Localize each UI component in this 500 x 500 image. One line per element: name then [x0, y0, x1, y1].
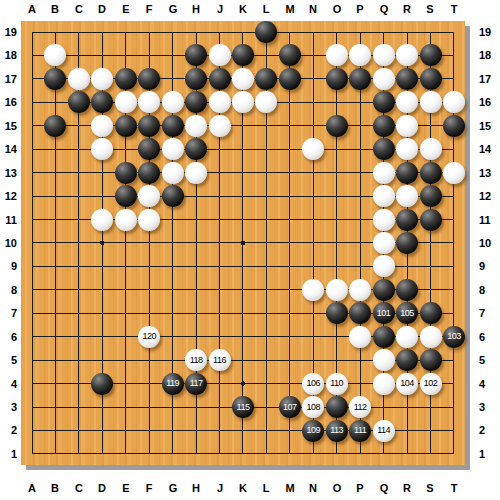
stone-black-R11[interactable]	[396, 209, 418, 231]
coordinate-label: G	[162, 481, 184, 495]
move-number-label: 117	[190, 379, 203, 388]
stone-white-Q12[interactable]	[373, 185, 395, 207]
coordinate-label: S	[419, 481, 441, 495]
stone-black-S5[interactable]	[420, 349, 442, 371]
move-number-label: 105	[400, 309, 414, 318]
coordinate-label: 19	[0, 25, 17, 39]
stone-white-G16[interactable]	[162, 91, 184, 113]
stone-white-Q17[interactable]	[373, 68, 395, 90]
stone-black-S7[interactable]	[420, 302, 442, 324]
move-number-label: 108	[307, 403, 321, 412]
stone-white-Q5[interactable]	[373, 349, 395, 371]
move-number-label: 118	[190, 356, 203, 365]
star-point	[241, 381, 246, 386]
coordinate-label: C	[68, 2, 90, 16]
star-point	[100, 241, 105, 246]
coordinate-label: 11	[479, 213, 500, 227]
coordinate-label: 11	[0, 213, 17, 227]
stone-white-S4[interactable]: 102	[420, 373, 442, 395]
stone-black-Q15[interactable]	[373, 115, 395, 137]
stone-white-Q11[interactable]	[373, 209, 395, 231]
stone-white-Q2[interactable]: 114	[373, 420, 395, 442]
stone-black-S17[interactable]	[420, 68, 442, 90]
stone-white-S14[interactable]	[420, 138, 442, 160]
move-number-label: 102	[424, 379, 438, 388]
coordinate-label: 4	[479, 377, 500, 391]
move-number-label: 104	[400, 379, 414, 388]
stone-white-R12[interactable]	[396, 185, 418, 207]
star-point	[241, 241, 246, 246]
stone-black-F15[interactable]	[138, 115, 160, 137]
coordinate-label: 16	[479, 95, 500, 109]
coordinate-label: R	[396, 2, 418, 16]
coordinate-label: P	[349, 481, 371, 495]
stone-black-P2[interactable]: 111	[349, 420, 371, 442]
stone-black-S12[interactable]	[420, 185, 442, 207]
coordinate-label: A	[21, 2, 43, 16]
stone-black-H4[interactable]: 117	[185, 373, 207, 395]
coordinate-label: 17	[0, 72, 17, 86]
stone-black-S18[interactable]	[420, 44, 442, 66]
stone-white-T13[interactable]	[443, 162, 465, 184]
coordinate-label: 7	[0, 306, 17, 320]
coordinate-label: 17	[479, 72, 500, 86]
coordinate-label: G	[162, 2, 184, 16]
coordinate-label: A	[21, 481, 43, 495]
stone-white-J5[interactable]: 116	[209, 349, 231, 371]
stone-white-Q13[interactable]	[373, 162, 395, 184]
coordinate-label: E	[115, 2, 137, 16]
coordinate-label: L	[255, 481, 277, 495]
stone-white-R15[interactable]	[396, 115, 418, 137]
move-number-label: 107	[283, 403, 297, 412]
stone-black-O15[interactable]	[326, 115, 348, 137]
coordinate-label: 2	[0, 423, 17, 437]
stone-white-R4[interactable]: 104	[396, 373, 418, 395]
stone-white-O18[interactable]	[326, 44, 348, 66]
move-number-label: 103	[447, 332, 461, 341]
move-number-label: 115	[237, 403, 250, 412]
coordinate-label: 16	[0, 95, 17, 109]
stone-black-E12[interactable]	[115, 185, 137, 207]
coordinate-label: 1	[479, 447, 500, 461]
coordinate-label: 5	[0, 353, 17, 367]
coordinate-label: 12	[0, 189, 17, 203]
move-number-label: 113	[330, 426, 343, 435]
coordinate-label: 8	[479, 283, 500, 297]
coordinate-label: L	[255, 2, 277, 16]
stone-white-O8[interactable]	[326, 279, 348, 301]
coordinate-label: N	[302, 481, 324, 495]
coordinate-label: 4	[0, 377, 17, 391]
coordinate-label: O	[326, 2, 348, 16]
stone-white-H13[interactable]	[185, 162, 207, 184]
coordinate-label: J	[209, 2, 231, 16]
move-number-label: 110	[330, 379, 343, 388]
coordinate-label: M	[279, 481, 301, 495]
move-number-label: 114	[377, 426, 390, 435]
coordinate-label: 1	[0, 447, 17, 461]
stone-black-M17[interactable]	[279, 68, 301, 90]
stone-black-T6[interactable]: 103	[443, 326, 465, 348]
coordinate-label: 14	[479, 142, 500, 156]
stone-black-O2[interactable]: 113	[326, 420, 348, 442]
coordinate-label: 6	[0, 330, 17, 344]
coordinate-label: 18	[0, 48, 17, 62]
coordinate-label: 3	[479, 400, 500, 414]
stone-white-P6[interactable]	[349, 326, 371, 348]
stone-black-F13[interactable]	[138, 162, 160, 184]
coordinate-label: K	[232, 2, 254, 16]
stone-white-Q10[interactable]	[373, 232, 395, 254]
stone-black-D4[interactable]	[91, 373, 113, 395]
stone-white-R6[interactable]	[396, 326, 418, 348]
go-board-diagram: ABCDEFGHJKLMNOPQRST ABCDEFGHJKLMNOPQRST …	[0, 0, 500, 500]
stone-black-K3[interactable]: 115	[232, 396, 254, 418]
stone-white-D11[interactable]	[91, 209, 113, 231]
stone-black-H17[interactable]	[185, 68, 207, 90]
stone-black-O3[interactable]	[326, 396, 348, 418]
stone-black-J17[interactable]	[209, 68, 231, 90]
coordinate-label: T	[443, 2, 465, 16]
coordinate-label: O	[326, 481, 348, 495]
stone-black-R8[interactable]	[396, 279, 418, 301]
move-number-label: 101	[377, 309, 391, 318]
coordinate-label: 18	[479, 48, 500, 62]
stone-black-T15[interactable]	[443, 115, 465, 137]
stone-white-E16[interactable]	[115, 91, 137, 113]
coordinate-label: D	[91, 2, 113, 16]
coordinate-label: 6	[479, 330, 500, 344]
coordinate-label: 13	[0, 166, 17, 180]
move-number-label: 109	[307, 426, 321, 435]
stone-white-Q18[interactable]	[373, 44, 395, 66]
move-number-label: 116	[213, 356, 226, 365]
coordinate-label: 19	[479, 25, 500, 39]
stone-black-Q8[interactable]	[373, 279, 395, 301]
stone-white-H15[interactable]	[185, 115, 207, 137]
stone-black-P17[interactable]	[349, 68, 371, 90]
stone-white-Q9[interactable]	[373, 255, 395, 277]
coordinate-label: C	[68, 481, 90, 495]
stone-white-J16[interactable]	[209, 91, 231, 113]
stone-black-E17[interactable]	[115, 68, 137, 90]
stone-black-G12[interactable]	[162, 185, 184, 207]
coordinate-label: 14	[0, 142, 17, 156]
coordinate-label: Q	[373, 481, 395, 495]
move-number-label: 111	[354, 426, 366, 435]
move-number-label: 119	[166, 379, 179, 388]
coordinate-label: M	[279, 2, 301, 16]
coordinate-label: 9	[479, 259, 500, 273]
coordinate-label: S	[419, 2, 441, 16]
coordinate-label: N	[302, 2, 324, 16]
coordinate-label: T	[443, 481, 465, 495]
stone-black-Q16[interactable]	[373, 91, 395, 113]
coordinate-label: Q	[373, 2, 395, 16]
stone-white-N4[interactable]: 106	[302, 373, 324, 395]
coordinate-label: 7	[479, 306, 500, 320]
coordinate-label: 10	[0, 236, 17, 250]
stone-white-N8[interactable]	[302, 279, 324, 301]
stone-black-Q14[interactable]	[373, 138, 395, 160]
coordinate-label: H	[185, 481, 207, 495]
coordinate-label: 2	[479, 423, 500, 437]
stone-white-J18[interactable]	[209, 44, 231, 66]
stone-white-S6[interactable]	[420, 326, 442, 348]
coordinate-label: 3	[0, 400, 17, 414]
stone-white-F11[interactable]	[138, 209, 160, 231]
coordinate-label: 12	[479, 189, 500, 203]
coordinate-label: F	[138, 481, 160, 495]
stone-black-N2[interactable]: 109	[302, 420, 324, 442]
stone-black-E13[interactable]	[115, 162, 137, 184]
stone-black-O7[interactable]	[326, 302, 348, 324]
stone-white-O4[interactable]: 110	[326, 373, 348, 395]
move-number-label: 106	[307, 379, 321, 388]
coordinate-label: 15	[0, 119, 17, 133]
stone-black-M3[interactable]: 107	[279, 396, 301, 418]
coordinate-label: 15	[479, 119, 500, 133]
stone-white-P8[interactable]	[349, 279, 371, 301]
stone-white-K17[interactable]	[232, 68, 254, 90]
coordinate-label: B	[44, 481, 66, 495]
stone-black-R10[interactable]	[396, 232, 418, 254]
stone-black-F17[interactable]	[138, 68, 160, 90]
stone-white-F6[interactable]: 120	[138, 326, 160, 348]
stone-black-G15[interactable]	[162, 115, 184, 137]
stone-white-J15[interactable]	[209, 115, 231, 137]
stone-black-G4[interactable]: 119	[162, 373, 184, 395]
coordinate-label: 13	[479, 166, 500, 180]
coordinate-label: F	[138, 2, 160, 16]
coordinate-label: D	[91, 481, 113, 495]
coordinate-label: P	[349, 2, 371, 16]
coordinate-label: 10	[479, 236, 500, 250]
coordinate-label: R	[396, 481, 418, 495]
coordinate-label: E	[115, 481, 137, 495]
stone-black-R17[interactable]	[396, 68, 418, 90]
stone-white-C17[interactable]	[68, 68, 90, 90]
stone-black-R13[interactable]	[396, 162, 418, 184]
stone-white-E11[interactable]	[115, 209, 137, 231]
stone-black-O17[interactable]	[326, 68, 348, 90]
stone-black-Q7[interactable]: 101	[373, 302, 395, 324]
move-number-label: 120	[142, 332, 156, 341]
coordinate-label: 8	[0, 283, 17, 297]
coordinate-label: H	[185, 2, 207, 16]
coordinate-label: 5	[479, 353, 500, 367]
stone-white-S16[interactable]	[420, 91, 442, 113]
stone-white-G13[interactable]	[162, 162, 184, 184]
go-board[interactable]: 1011051201031181161191171061101041021151…	[21, 21, 465, 465]
stone-black-S11[interactable]	[420, 209, 442, 231]
stone-white-Q4[interactable]	[373, 373, 395, 395]
stone-black-Q6[interactable]	[373, 326, 395, 348]
stone-black-E15[interactable]	[115, 115, 137, 137]
coordinate-label: K	[232, 481, 254, 495]
stone-black-S13[interactable]	[420, 162, 442, 184]
coordinate-label: J	[209, 481, 231, 495]
coordinate-label: B	[44, 2, 66, 16]
stone-white-G14[interactable]	[162, 138, 184, 160]
move-number-label: 112	[354, 403, 367, 412]
stone-white-D15[interactable]	[91, 115, 113, 137]
coordinate-label: 9	[0, 259, 17, 273]
